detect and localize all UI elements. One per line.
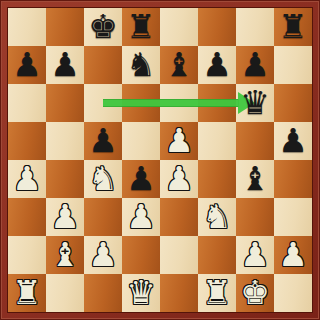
square-f7[interactable]: ♟: [198, 46, 236, 84]
square-c1[interactable]: [84, 274, 122, 312]
square-d8[interactable]: ♜: [122, 8, 160, 46]
square-g8[interactable]: [236, 8, 274, 46]
square-b6[interactable]: [46, 84, 84, 122]
piece-white-knight[interactable]: ♞: [84, 160, 122, 198]
square-g7[interactable]: ♟: [236, 46, 274, 84]
chess-diagram: ♚♜♜♟♟♞♝♟♟♛♟♟♟♟♞♟♟♝♟♟♞♝♟♟♟♜♛♜♚: [0, 0, 320, 320]
square-g2[interactable]: ♟: [236, 236, 274, 274]
square-f3[interactable]: ♞: [198, 198, 236, 236]
piece-black-rook[interactable]: ♜: [122, 8, 160, 46]
square-e7[interactable]: ♝: [160, 46, 198, 84]
chess-board[interactable]: ♚♜♜♟♟♞♝♟♟♛♟♟♟♟♞♟♟♝♟♟♞♝♟♟♟♜♛♜♚: [8, 8, 312, 312]
square-e5[interactable]: ♟: [160, 122, 198, 160]
square-c4[interactable]: ♞: [84, 160, 122, 198]
square-f8[interactable]: [198, 8, 236, 46]
square-b4[interactable]: [46, 160, 84, 198]
square-e2[interactable]: [160, 236, 198, 274]
piece-white-pawn[interactable]: ♟: [122, 198, 160, 236]
piece-white-pawn[interactable]: ♟: [236, 236, 274, 274]
piece-white-pawn[interactable]: ♟: [160, 122, 198, 160]
square-h8[interactable]: ♜: [274, 8, 312, 46]
square-d6[interactable]: [122, 84, 160, 122]
piece-white-rook[interactable]: ♜: [8, 274, 46, 312]
piece-black-rook[interactable]: ♜: [274, 8, 312, 46]
square-h7[interactable]: [274, 46, 312, 84]
piece-white-pawn[interactable]: ♟: [274, 236, 312, 274]
square-a1[interactable]: ♜: [8, 274, 46, 312]
square-a4[interactable]: ♟: [8, 160, 46, 198]
piece-black-king[interactable]: ♚: [84, 8, 122, 46]
piece-white-pawn[interactable]: ♟: [46, 198, 84, 236]
square-c8[interactable]: ♚: [84, 8, 122, 46]
square-d7[interactable]: ♞: [122, 46, 160, 84]
square-h5[interactable]: ♟: [274, 122, 312, 160]
piece-white-pawn[interactable]: ♟: [8, 160, 46, 198]
piece-white-pawn[interactable]: ♟: [84, 236, 122, 274]
square-h4[interactable]: [274, 160, 312, 198]
square-h6[interactable]: [274, 84, 312, 122]
square-e4[interactable]: ♟: [160, 160, 198, 198]
square-b1[interactable]: [46, 274, 84, 312]
square-b8[interactable]: [46, 8, 84, 46]
square-h3[interactable]: [274, 198, 312, 236]
board-frame: ♚♜♜♟♟♞♝♟♟♛♟♟♟♟♞♟♟♝♟♟♞♝♟♟♟♜♛♜♚: [0, 0, 320, 320]
piece-black-pawn[interactable]: ♟: [122, 160, 160, 198]
square-h2[interactable]: ♟: [274, 236, 312, 274]
square-a5[interactable]: [8, 122, 46, 160]
square-c2[interactable]: ♟: [84, 236, 122, 274]
piece-black-pawn[interactable]: ♟: [84, 122, 122, 160]
piece-white-rook[interactable]: ♜: [198, 274, 236, 312]
square-a7[interactable]: ♟: [8, 46, 46, 84]
piece-black-pawn[interactable]: ♟: [8, 46, 46, 84]
piece-black-knight[interactable]: ♞: [122, 46, 160, 84]
square-d3[interactable]: ♟: [122, 198, 160, 236]
piece-black-bishop[interactable]: ♝: [236, 160, 274, 198]
square-d1[interactable]: ♛: [122, 274, 160, 312]
piece-black-pawn[interactable]: ♟: [198, 46, 236, 84]
piece-white-king[interactable]: ♚: [236, 274, 274, 312]
square-f4[interactable]: [198, 160, 236, 198]
square-a3[interactable]: [8, 198, 46, 236]
piece-white-bishop[interactable]: ♝: [46, 236, 84, 274]
square-a6[interactable]: [8, 84, 46, 122]
piece-white-queen[interactable]: ♛: [122, 274, 160, 312]
square-f6[interactable]: [198, 84, 236, 122]
piece-black-queen[interactable]: ♛: [236, 84, 274, 122]
square-d5[interactable]: [122, 122, 160, 160]
square-g1[interactable]: ♚: [236, 274, 274, 312]
square-b2[interactable]: ♝: [46, 236, 84, 274]
square-g5[interactable]: [236, 122, 274, 160]
square-c6[interactable]: [84, 84, 122, 122]
square-f2[interactable]: [198, 236, 236, 274]
square-g4[interactable]: ♝: [236, 160, 274, 198]
square-b3[interactable]: ♟: [46, 198, 84, 236]
square-a8[interactable]: [8, 8, 46, 46]
square-e8[interactable]: [160, 8, 198, 46]
square-a2[interactable]: [8, 236, 46, 274]
piece-black-pawn[interactable]: ♟: [46, 46, 84, 84]
square-e3[interactable]: [160, 198, 198, 236]
piece-black-pawn[interactable]: ♟: [236, 46, 274, 84]
square-d2[interactable]: [122, 236, 160, 274]
square-e6[interactable]: [160, 84, 198, 122]
square-h1[interactable]: [274, 274, 312, 312]
square-g6[interactable]: ♛: [236, 84, 274, 122]
piece-white-knight[interactable]: ♞: [198, 198, 236, 236]
square-c3[interactable]: [84, 198, 122, 236]
square-b5[interactable]: [46, 122, 84, 160]
square-f1[interactable]: ♜: [198, 274, 236, 312]
square-d4[interactable]: ♟: [122, 160, 160, 198]
piece-black-pawn[interactable]: ♟: [274, 122, 312, 160]
square-e1[interactable]: [160, 274, 198, 312]
square-g3[interactable]: [236, 198, 274, 236]
piece-black-bishop[interactable]: ♝: [160, 46, 198, 84]
square-c5[interactable]: ♟: [84, 122, 122, 160]
square-f5[interactable]: [198, 122, 236, 160]
square-b7[interactable]: ♟: [46, 46, 84, 84]
piece-white-pawn[interactable]: ♟: [160, 160, 198, 198]
square-c7[interactable]: [84, 46, 122, 84]
